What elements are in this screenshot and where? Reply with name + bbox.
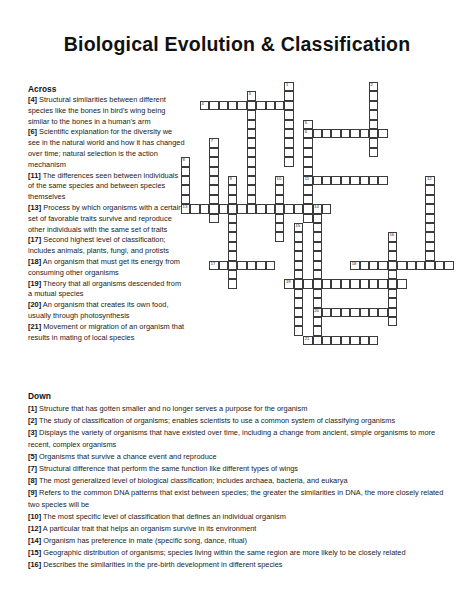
grid-cell bbox=[256, 261, 265, 270]
grid-cell bbox=[284, 91, 293, 100]
grid-cell bbox=[322, 308, 331, 317]
grid-cell bbox=[294, 204, 303, 213]
grid-cell bbox=[256, 101, 265, 110]
grid-cell bbox=[228, 101, 237, 110]
cell-number: 17 bbox=[211, 262, 216, 267]
grid-cell bbox=[313, 261, 322, 270]
grid-cell bbox=[284, 101, 293, 110]
grid-cell bbox=[407, 261, 416, 270]
grid-cell bbox=[219, 261, 228, 270]
grid-cell: 21 bbox=[303, 336, 312, 345]
grid-cell: 15 bbox=[294, 223, 303, 232]
grid-cell bbox=[313, 176, 322, 185]
grid-cell: 19 bbox=[284, 279, 293, 288]
grid-cell bbox=[247, 185, 256, 194]
grid-cell bbox=[369, 261, 378, 270]
clue-across-19: [19] Theory that all organisms descended… bbox=[28, 279, 186, 301]
grid-cell bbox=[378, 261, 387, 270]
grid-cell bbox=[388, 261, 397, 270]
grid-cell bbox=[360, 176, 369, 185]
clue-down-1: [1] Structure that has gotten smaller an… bbox=[28, 403, 452, 415]
grid-cell bbox=[388, 270, 397, 279]
clue-across-20: [20] An organism that creates its own fo… bbox=[28, 300, 186, 322]
grid-cell bbox=[294, 326, 303, 335]
grid-cell bbox=[228, 195, 237, 204]
grid-cell bbox=[209, 214, 218, 223]
grid-cell bbox=[435, 261, 444, 270]
grid-cell bbox=[275, 185, 284, 194]
grid-cell: 5 bbox=[303, 120, 312, 129]
grid-cell bbox=[228, 223, 237, 232]
grid-cell bbox=[331, 176, 340, 185]
grid-cell bbox=[322, 336, 331, 345]
grid-cell: 1 bbox=[284, 82, 293, 91]
clue-down-15: [15] Geographic distribution of organism… bbox=[28, 547, 452, 559]
grid-cell bbox=[266, 261, 275, 270]
grid-cell bbox=[228, 185, 237, 194]
clue-down-7: [7] Structural difference that perform t… bbox=[28, 463, 452, 475]
clue-across-17: [17] Second highest level of classificat… bbox=[28, 235, 186, 257]
grid-cell bbox=[388, 289, 397, 298]
grid-cell bbox=[256, 204, 265, 213]
grid-cell bbox=[331, 279, 340, 288]
cell-number: 11 bbox=[305, 177, 309, 182]
grid-cell bbox=[284, 157, 293, 166]
grid-cell bbox=[181, 176, 190, 185]
grid-cell bbox=[200, 204, 209, 213]
grid-cell bbox=[247, 120, 256, 129]
grid-cell bbox=[425, 214, 434, 223]
grid-cell bbox=[209, 157, 218, 166]
clue-number: [4] bbox=[28, 95, 37, 104]
grid-cell bbox=[313, 317, 322, 326]
grid-cell bbox=[369, 129, 378, 138]
grid-cell bbox=[360, 308, 369, 317]
grid-cell bbox=[322, 176, 331, 185]
grid-cell bbox=[360, 129, 369, 138]
cell-number: 1 bbox=[286, 83, 288, 88]
grid-cell bbox=[303, 279, 312, 288]
clue-down-9: [9] Refers to the common DNA patterns th… bbox=[28, 487, 452, 511]
grid-cell bbox=[388, 251, 397, 260]
grid-cell bbox=[247, 261, 256, 270]
cell-number: 21 bbox=[305, 337, 310, 342]
clue-number: [18] bbox=[28, 257, 41, 266]
grid-cell bbox=[388, 317, 397, 326]
cell-number: 3 bbox=[248, 92, 250, 97]
grid-cell bbox=[209, 195, 218, 204]
grid-cell bbox=[181, 185, 190, 194]
grid-cell bbox=[341, 279, 350, 288]
cell-number: 7 bbox=[211, 139, 213, 144]
grid-cell bbox=[425, 185, 434, 194]
grid-cell bbox=[209, 101, 218, 110]
grid-cell bbox=[313, 336, 322, 345]
grid-cell bbox=[237, 101, 246, 110]
clue-number: [21] bbox=[28, 322, 41, 331]
grid-cell: 17 bbox=[209, 261, 218, 270]
grid-cell bbox=[313, 214, 322, 223]
grid-cell bbox=[331, 336, 340, 345]
cell-number: 6 bbox=[305, 130, 307, 135]
grid-cell bbox=[294, 289, 303, 298]
grid-cell bbox=[378, 176, 387, 185]
grid-cell bbox=[303, 157, 312, 166]
grid-cell bbox=[313, 279, 322, 288]
across-section-header: Across bbox=[28, 84, 56, 94]
grid-cell bbox=[294, 270, 303, 279]
grid-cell: 12 bbox=[425, 176, 434, 185]
cell-number: 10 bbox=[277, 177, 282, 182]
grid-cell bbox=[209, 167, 218, 176]
grid-cell bbox=[247, 204, 256, 213]
clue-down-5: [5] Organisms that survive a chance even… bbox=[28, 451, 452, 463]
grid-cell bbox=[294, 261, 303, 270]
grid-cell: 7 bbox=[209, 138, 218, 147]
grid-cell bbox=[247, 195, 256, 204]
grid-cell: 13 bbox=[181, 204, 190, 213]
clue-down-2: [2] The study of classification of organ… bbox=[28, 415, 452, 427]
grid-cell bbox=[275, 223, 284, 232]
grid-cell bbox=[444, 261, 453, 270]
grid-cell bbox=[209, 148, 218, 157]
grid-cell bbox=[425, 232, 434, 241]
grid-cell bbox=[313, 223, 322, 232]
grid-cell bbox=[378, 308, 387, 317]
clue-across-4: [4] Structural similarities between diff… bbox=[28, 95, 186, 127]
clue-number: [20] bbox=[28, 300, 41, 309]
grid-cell: 20 bbox=[313, 308, 322, 317]
grid-cell bbox=[181, 167, 190, 176]
grid-cell bbox=[247, 148, 256, 157]
grid-cell bbox=[275, 232, 284, 241]
grid-cell bbox=[313, 298, 322, 307]
clue-number: [9] bbox=[28, 488, 37, 497]
grid-cell bbox=[284, 148, 293, 157]
grid-cell bbox=[190, 204, 199, 213]
grid-cell bbox=[275, 214, 284, 223]
grid-cell bbox=[350, 336, 359, 345]
clue-number: [11] bbox=[28, 171, 41, 180]
grid-cell bbox=[313, 270, 322, 279]
cell-number: 4 bbox=[201, 102, 203, 107]
grid-cell bbox=[397, 261, 406, 270]
grid-cell bbox=[331, 308, 340, 317]
grid-cell bbox=[209, 176, 218, 185]
grid-cell bbox=[247, 176, 256, 185]
grid-cell bbox=[378, 129, 387, 138]
grid-cell bbox=[369, 91, 378, 100]
grid-cell bbox=[228, 279, 237, 288]
clue-number: [8] bbox=[28, 476, 37, 485]
grid-cell bbox=[303, 214, 312, 223]
crossword-grid: 123456789101112131415161718192021 bbox=[181, 82, 454, 345]
grid-cell bbox=[331, 129, 340, 138]
grid-cell bbox=[284, 110, 293, 119]
grid-cell bbox=[303, 167, 312, 176]
grid-cell bbox=[247, 110, 256, 119]
grid-cell bbox=[228, 232, 237, 241]
grid-cell bbox=[275, 204, 284, 213]
clue-number: [10] bbox=[28, 512, 41, 521]
grid-cell bbox=[313, 251, 322, 260]
grid-cell bbox=[284, 129, 293, 138]
grid-cell bbox=[397, 279, 406, 288]
cell-number: 8 bbox=[183, 158, 185, 163]
grid-cell bbox=[388, 308, 397, 317]
clue-across-11: [11] The differences seen between indivi… bbox=[28, 171, 186, 203]
clue-down-3: [3] Displays the variety of organisms th… bbox=[28, 427, 452, 451]
grid-cell bbox=[369, 279, 378, 288]
grid-cell: 4 bbox=[200, 101, 209, 110]
clue-down-14: [14] Organism has preference in mate (sp… bbox=[28, 535, 452, 547]
grid-cell bbox=[313, 289, 322, 298]
grid-cell bbox=[322, 279, 331, 288]
cell-number: 13 bbox=[183, 205, 188, 210]
grid-cell bbox=[219, 101, 228, 110]
grid-cell bbox=[228, 204, 237, 213]
grid-cell: 11 bbox=[303, 176, 312, 185]
grid-cell bbox=[313, 242, 322, 251]
grid-cell bbox=[388, 242, 397, 251]
cell-number: 19 bbox=[286, 280, 291, 285]
clue-down-16: [16] Describes the similarities in the p… bbox=[28, 559, 452, 571]
grid-cell bbox=[303, 204, 312, 213]
grid-cell: 2 bbox=[369, 82, 378, 91]
grid-cell bbox=[416, 261, 425, 270]
cell-number: 9 bbox=[230, 177, 232, 182]
grid-cell bbox=[369, 120, 378, 129]
clue-number: [2] bbox=[28, 416, 37, 425]
grid-cell bbox=[247, 167, 256, 176]
grid-cell bbox=[360, 336, 369, 345]
grid-cell bbox=[294, 317, 303, 326]
down-clues: [1] Structure that has gotten smaller an… bbox=[28, 403, 452, 571]
clue-number: [7] bbox=[28, 464, 37, 473]
clue-number: [14] bbox=[28, 536, 41, 545]
grid-cell bbox=[388, 298, 397, 307]
grid-cell bbox=[425, 195, 434, 204]
grid-cell bbox=[350, 308, 359, 317]
cell-number: 14 bbox=[314, 205, 319, 210]
grid-cell: 3 bbox=[247, 91, 256, 100]
grid-cell bbox=[275, 101, 284, 110]
grid-cell bbox=[341, 176, 350, 185]
page-title: Biological Evolution & Classification bbox=[0, 33, 474, 56]
grid-cell bbox=[303, 185, 312, 194]
grid-cell bbox=[294, 251, 303, 260]
clue-number: [12] bbox=[28, 524, 41, 533]
clue-number: [16] bbox=[28, 560, 41, 569]
grid-cell bbox=[313, 232, 322, 241]
grid-cell bbox=[425, 204, 434, 213]
crossword-worksheet-page: Biological Evolution & Classification Ac… bbox=[0, 0, 474, 613]
grid-cell bbox=[237, 261, 246, 270]
grid-cell bbox=[369, 176, 378, 185]
grid-cell bbox=[341, 308, 350, 317]
grid-cell bbox=[360, 261, 369, 270]
clue-across-18: [18] An organism that must get its energ… bbox=[28, 257, 186, 279]
grid-cell bbox=[350, 129, 359, 138]
grid-cell bbox=[294, 242, 303, 251]
cell-number: 2 bbox=[371, 83, 373, 88]
grid-cell bbox=[181, 195, 190, 204]
cell-number: 16 bbox=[389, 233, 394, 238]
grid-cell: 10 bbox=[275, 176, 284, 185]
grid-cell bbox=[294, 232, 303, 241]
grid-cell bbox=[247, 138, 256, 147]
grid-cell bbox=[350, 279, 359, 288]
grid-cell bbox=[425, 261, 434, 270]
grid-cell bbox=[228, 261, 237, 270]
grid-cell bbox=[313, 129, 322, 138]
down-section-header: Down bbox=[28, 391, 51, 401]
grid-cell bbox=[350, 176, 359, 185]
grid-cell bbox=[247, 129, 256, 138]
grid-cell bbox=[228, 242, 237, 251]
grid-cell bbox=[284, 138, 293, 147]
grid-cell bbox=[378, 279, 387, 288]
grid-cell bbox=[369, 138, 378, 147]
cell-number: 20 bbox=[314, 309, 319, 314]
grid-cell bbox=[228, 251, 237, 260]
clue-number: [5] bbox=[28, 452, 37, 461]
clue-number: [13] bbox=[28, 203, 41, 212]
clue-down-10: [10] The most specific level of classifi… bbox=[28, 511, 452, 523]
grid-cell bbox=[247, 101, 256, 110]
grid-cell: 14 bbox=[313, 204, 322, 213]
clue-number: [15] bbox=[28, 548, 41, 557]
grid-cell: 18 bbox=[350, 261, 359, 270]
cell-number: 5 bbox=[305, 121, 307, 126]
clue-number: [6] bbox=[28, 127, 37, 136]
grid-cell bbox=[275, 195, 284, 204]
grid-cell: 9 bbox=[228, 176, 237, 185]
clue-across-13: [13] Process by which organisms with a c… bbox=[28, 203, 186, 235]
across-clues: [4] Structural similarities between diff… bbox=[28, 95, 186, 343]
grid-cell bbox=[388, 279, 397, 288]
grid-cell bbox=[360, 279, 369, 288]
clue-across-21: [21] Movement or migration of an organis… bbox=[28, 322, 186, 344]
grid-cell bbox=[322, 129, 331, 138]
clue-number: [3] bbox=[28, 428, 37, 437]
grid-cell: 8 bbox=[181, 157, 190, 166]
cell-number: 15 bbox=[295, 224, 300, 229]
grid-cell bbox=[341, 129, 350, 138]
grid-cell: 16 bbox=[388, 232, 397, 241]
grid-cell bbox=[425, 223, 434, 232]
grid-cell bbox=[313, 326, 322, 335]
grid-cell bbox=[247, 157, 256, 166]
grid-cell bbox=[294, 308, 303, 317]
clue-number: [19] bbox=[28, 279, 41, 288]
cell-number: 12 bbox=[427, 177, 432, 182]
grid-cell bbox=[303, 138, 312, 147]
grid-cell bbox=[284, 120, 293, 129]
grid-cell bbox=[228, 214, 237, 223]
grid-cell bbox=[219, 204, 228, 213]
grid-cell bbox=[209, 204, 218, 213]
clue-across-6: [6] Scientific explanation for the diver… bbox=[28, 127, 186, 170]
clue-down-12: [12] A particular trait that helps an or… bbox=[28, 523, 452, 535]
grid-cell bbox=[303, 148, 312, 157]
grid-cell bbox=[237, 204, 246, 213]
cell-number: 18 bbox=[352, 262, 357, 267]
grid-cell bbox=[369, 110, 378, 119]
grid-cell bbox=[341, 336, 350, 345]
clue-number: [1] bbox=[28, 404, 37, 413]
grid-cell bbox=[294, 298, 303, 307]
grid-cell bbox=[303, 195, 312, 204]
grid-cell bbox=[369, 101, 378, 110]
grid-cell bbox=[369, 308, 378, 317]
grid-cell bbox=[294, 279, 303, 288]
grid-cell: 6 bbox=[303, 129, 312, 138]
grid-cell bbox=[266, 204, 275, 213]
clue-number: [17] bbox=[28, 235, 41, 244]
grid-cell bbox=[369, 148, 378, 157]
clue-down-8: [8] The most generalized level of biolog… bbox=[28, 475, 452, 487]
grid-cell bbox=[425, 242, 434, 251]
grid-cell bbox=[425, 251, 434, 260]
grid-cell bbox=[228, 270, 237, 279]
grid-cell bbox=[284, 204, 293, 213]
grid-cell bbox=[369, 336, 378, 345]
grid-cell bbox=[209, 185, 218, 194]
grid-cell bbox=[322, 204, 331, 213]
grid-cell bbox=[266, 101, 275, 110]
